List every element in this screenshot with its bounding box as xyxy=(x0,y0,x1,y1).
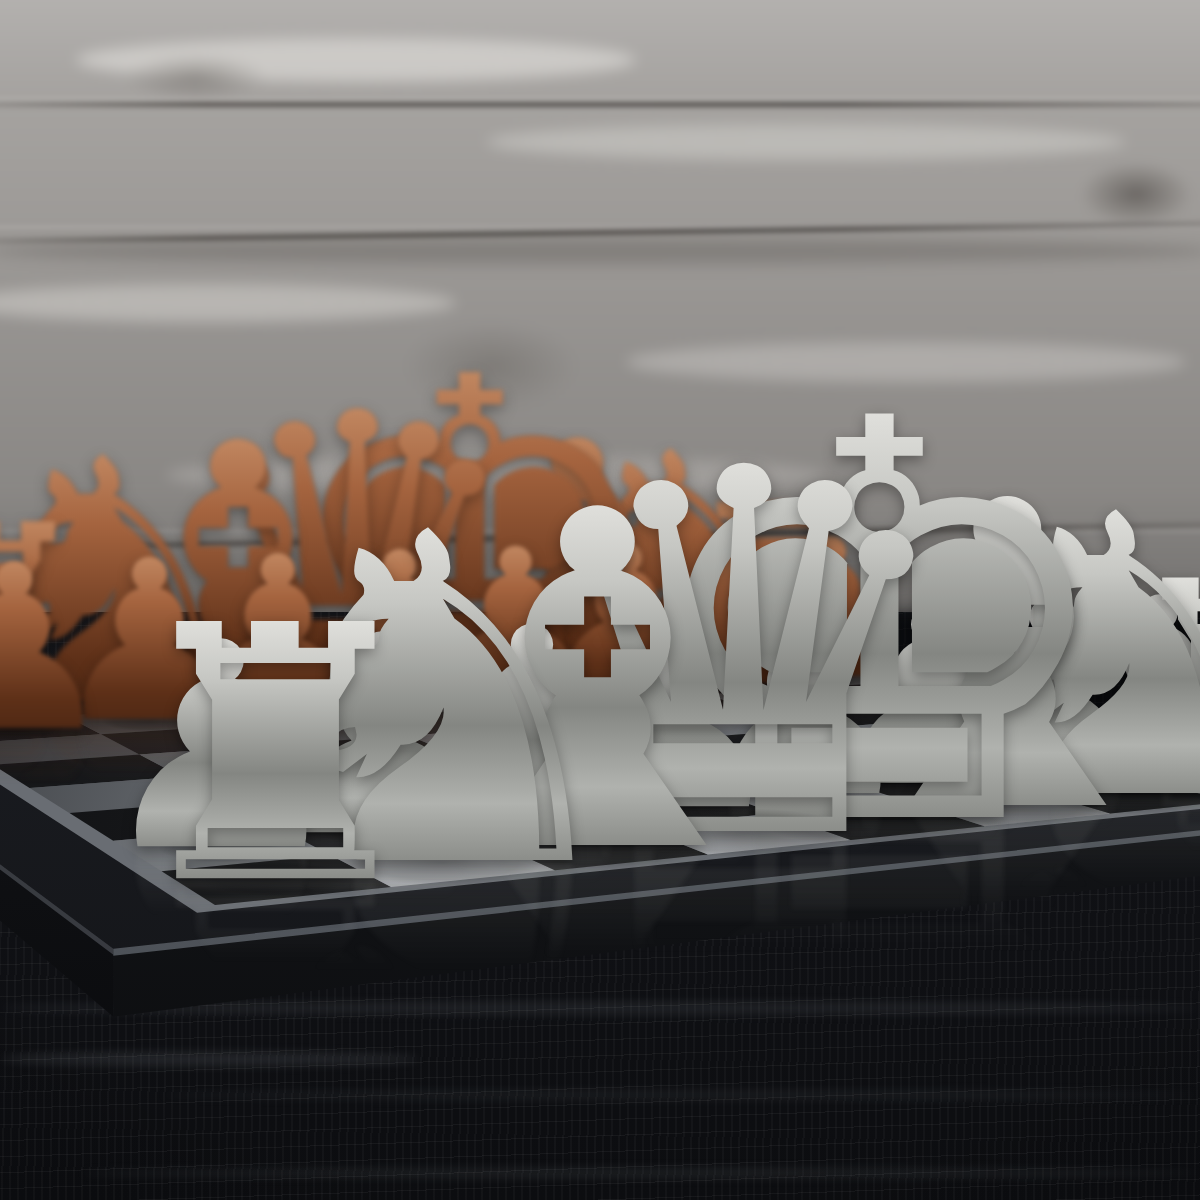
piece-silver-rook: ♜ xyxy=(118,580,434,932)
chess-pieces: ♜♜♞♞♝♝♚♚♛♛♝♝♞♞♜♜♟♟♟♟♟♟♟♟♟♟♟♟♟♟♟♟♟♟♟♟♟♟♟♟… xyxy=(0,0,1200,1200)
chess-photo-scene: ♜♜♞♞♝♝♚♚♛♛♝♝♞♞♜♜♟♟♟♟♟♟♟♟♟♟♟♟♟♟♟♟♟♟♟♟♟♟♟♟… xyxy=(0,0,1200,1200)
